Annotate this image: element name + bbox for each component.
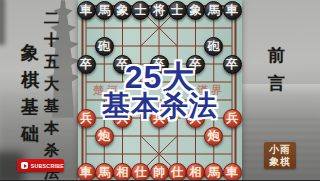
piece-red[interactable]: 帥 [150,163,169,181]
piece-red[interactable]: 炮 [95,127,114,146]
calligraphy-char: 前 [268,44,285,67]
piece-red[interactable]: 馬 [204,163,223,181]
calligraphy-char: 二 [44,9,59,28]
piece-red[interactable]: 馬 [95,163,114,181]
piece-black[interactable]: 士 [168,1,187,20]
calligraphy-char: 本 [44,119,59,138]
overlay-title-line2: 基本杀法 [78,87,242,125]
channel-badge-line1: 小雨 [269,144,291,156]
piece-black[interactable]: 車 [77,1,96,20]
piece-black[interactable]: 砲 [95,37,114,56]
piece-red[interactable]: 仕 [131,163,150,181]
background-dark-edge [0,0,5,45]
calligraphy-char: 五 [44,53,59,72]
subscribe-button[interactable]: SUBSCRIBE [17,159,64,172]
play-triangle-icon [24,164,27,168]
series-title-vertical: 二十五大基本杀法 [44,9,59,180]
calligraphy-char: 大 [44,75,59,94]
channel-badge-line2: 象棋 [269,156,291,168]
piece-red[interactable]: 車 [77,163,96,181]
piece-red[interactable]: 仕 [168,163,187,181]
channel-badge: 小雨 象棋 [264,142,296,169]
calligraphy-char: 杀 [44,141,59,160]
piece-black[interactable]: 馬 [95,1,114,20]
calligraphy-char: 基 [44,97,59,116]
calligraphy-char: 棋 [21,68,39,92]
piece-black[interactable]: 士 [131,1,150,20]
calligraphy-char: 十 [44,31,59,50]
piece-black[interactable]: 象 [113,1,132,20]
calligraphy-char: 础 [21,122,39,146]
piece-red[interactable]: 炮 [204,127,223,146]
piece-black[interactable]: 馬 [204,1,223,20]
piece-black[interactable]: 象 [186,1,205,20]
subscribe-label: SUBSCRIBE [31,163,64,169]
calligraphy-char: 基 [21,95,39,119]
piece-red[interactable]: 車 [223,163,242,181]
piece-black[interactable]: 砲 [204,37,223,56]
chapter-label-vertical: 前言 [268,44,285,95]
calligraphy-char: 言 [268,72,285,95]
series-subtitle-vertical: 象棋基础 [21,41,39,146]
youtube-play-icon [21,162,28,169]
calligraphy-char: 象 [21,41,39,65]
piece-black[interactable]: 車 [223,1,242,20]
video-thumbnail: 楚河 漢界 車馬象士将士象馬車砲砲卒卒卒卒卒兵兵兵兵兵炮炮車馬相仕帥仕相馬車 2… [0,0,320,180]
piece-black[interactable]: 将 [150,1,169,20]
piece-red[interactable]: 相 [186,163,205,181]
piece-red[interactable]: 相 [113,163,132,181]
